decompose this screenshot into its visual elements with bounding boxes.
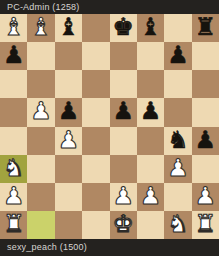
top-player-label: PC-Admin (1258) — [7, 2, 80, 12]
square-b8[interactable]: ♝ — [27, 14, 54, 42]
black-pawn-piece[interactable]: ♟ — [167, 43, 189, 67]
square-g6[interactable] — [164, 70, 191, 98]
square-e3[interactable] — [110, 155, 137, 183]
square-d2[interactable] — [82, 183, 109, 211]
white-pawn-piece[interactable]: ♟ — [112, 184, 134, 208]
white-rook-piece[interactable]: ♜ — [195, 212, 217, 236]
square-c2[interactable] — [55, 183, 82, 211]
black-knight-piece[interactable]: ♞ — [167, 128, 189, 152]
square-a4[interactable] — [0, 127, 27, 155]
white-knight-piece[interactable]: ♞ — [3, 156, 25, 180]
white-pawn-piece[interactable]: ♟ — [140, 184, 162, 208]
square-f1[interactable] — [137, 211, 164, 239]
square-f6[interactable] — [137, 70, 164, 98]
square-b5[interactable]: ♟ — [27, 98, 54, 126]
black-pawn-piece[interactable]: ♟ — [58, 99, 80, 123]
bottom-player-bar: sexy_peach (1500) — [0, 239, 219, 256]
square-e4[interactable] — [110, 127, 137, 155]
square-g5[interactable] — [164, 98, 191, 126]
square-g4[interactable]: ♞ — [164, 127, 191, 155]
square-a5[interactable] — [0, 98, 27, 126]
square-b1[interactable] — [27, 211, 54, 239]
square-f5[interactable]: ♟ — [137, 98, 164, 126]
square-b2[interactable] — [27, 183, 54, 211]
black-pawn-piece[interactable]: ♟ — [140, 99, 162, 123]
square-f4[interactable] — [137, 127, 164, 155]
square-h1[interactable]: ♜ — [192, 211, 219, 239]
square-h5[interactable] — [192, 98, 219, 126]
white-pawn-piece[interactable]: ♟ — [3, 184, 25, 208]
black-pawn-piece[interactable]: ♟ — [195, 128, 217, 152]
white-knight-piece[interactable]: ♞ — [167, 212, 189, 236]
square-h8[interactable]: ♜ — [192, 14, 219, 42]
black-pawn-piece[interactable]: ♟ — [3, 43, 25, 67]
chess-app-window: PC-Admin (1258) ♝♝♝♚♝♜♟♟♟♟♟♟♟♞♟♞♟♟♟♟♟♜♚♞… — [0, 0, 219, 256]
white-pawn-piece[interactable]: ♟ — [58, 128, 80, 152]
square-e2[interactable]: ♟ — [110, 183, 137, 211]
square-g7[interactable]: ♟ — [164, 42, 191, 70]
square-c1[interactable] — [55, 211, 82, 239]
white-pawn-piece[interactable]: ♟ — [167, 156, 189, 180]
square-d3[interactable] — [82, 155, 109, 183]
square-e6[interactable] — [110, 70, 137, 98]
square-b3[interactable] — [27, 155, 54, 183]
square-d6[interactable] — [82, 70, 109, 98]
square-c8[interactable]: ♝ — [55, 14, 82, 42]
square-a6[interactable] — [0, 70, 27, 98]
square-c7[interactable] — [55, 42, 82, 70]
square-a2[interactable]: ♟ — [0, 183, 27, 211]
black-pawn-piece[interactable]: ♟ — [112, 99, 134, 123]
white-king-piece[interactable]: ♚ — [112, 212, 134, 236]
square-a7[interactable]: ♟ — [0, 42, 27, 70]
square-h3[interactable] — [192, 155, 219, 183]
black-bishop-piece[interactable]: ♝ — [140, 15, 162, 39]
square-h7[interactable] — [192, 42, 219, 70]
square-e1[interactable]: ♚ — [110, 211, 137, 239]
square-d8[interactable] — [82, 14, 109, 42]
square-a1[interactable]: ♜ — [0, 211, 27, 239]
bottom-player-label: sexy_peach (1500) — [7, 242, 87, 252]
square-f3[interactable] — [137, 155, 164, 183]
top-player-bar: PC-Admin (1258) — [0, 0, 219, 14]
square-h2[interactable]: ♟ — [192, 183, 219, 211]
square-a3[interactable]: ♞ — [0, 155, 27, 183]
square-d5[interactable] — [82, 98, 109, 126]
square-e7[interactable] — [110, 42, 137, 70]
white-pawn-piece[interactable]: ♟ — [195, 184, 217, 208]
square-b4[interactable] — [27, 127, 54, 155]
square-d7[interactable] — [82, 42, 109, 70]
square-b6[interactable] — [27, 70, 54, 98]
square-b7[interactable] — [27, 42, 54, 70]
square-f2[interactable]: ♟ — [137, 183, 164, 211]
square-f7[interactable] — [137, 42, 164, 70]
square-d1[interactable] — [82, 211, 109, 239]
square-e8[interactable]: ♚ — [110, 14, 137, 42]
chess-board: ♝♝♝♚♝♜♟♟♟♟♟♟♟♞♟♞♟♟♟♟♟♜♚♞♜ — [0, 14, 219, 239]
square-c4[interactable]: ♟ — [55, 127, 82, 155]
square-g8[interactable] — [164, 14, 191, 42]
square-g1[interactable]: ♞ — [164, 211, 191, 239]
square-c6[interactable] — [55, 70, 82, 98]
white-pawn-piece[interactable]: ♟ — [30, 99, 52, 123]
white-rook-piece[interactable]: ♜ — [3, 212, 25, 236]
square-a8[interactable]: ♝ — [0, 14, 27, 42]
square-e5[interactable]: ♟ — [110, 98, 137, 126]
square-g3[interactable]: ♟ — [164, 155, 191, 183]
square-g2[interactable] — [164, 183, 191, 211]
black-bishop-piece[interactable]: ♝ — [58, 15, 80, 39]
square-h6[interactable] — [192, 70, 219, 98]
square-d4[interactable] — [82, 127, 109, 155]
black-rook-piece[interactable]: ♜ — [195, 15, 217, 39]
white-bishop-piece[interactable]: ♝ — [3, 15, 25, 39]
black-king-piece[interactable]: ♚ — [112, 15, 134, 39]
square-c5[interactable]: ♟ — [55, 98, 82, 126]
square-h4[interactable]: ♟ — [192, 127, 219, 155]
square-c3[interactable] — [55, 155, 82, 183]
square-f8[interactable]: ♝ — [137, 14, 164, 42]
white-bishop-piece[interactable]: ♝ — [30, 15, 52, 39]
